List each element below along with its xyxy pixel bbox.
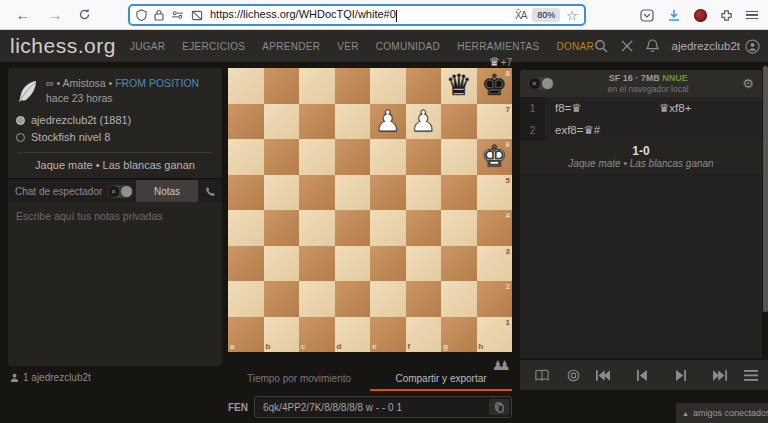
square-d8[interactable] [335,68,371,104]
square-b6[interactable] [264,139,300,175]
person-icon [10,373,19,382]
square-a2[interactable] [228,281,264,317]
square-e3[interactable] [370,246,406,282]
square-b3[interactable] [264,246,300,282]
square-a7[interactable] [228,104,264,140]
player-row-bottom[interactable]: Stockfish nivel 8 [16,129,214,146]
first-move-button[interactable] [583,370,622,381]
phone-icon[interactable] [198,180,222,202]
square-d2[interactable] [335,281,371,317]
under-board-tabs: Tiempo por movimiento Compartir y export… [228,370,512,391]
square-b4[interactable] [264,210,300,246]
lichess-topnav: lichess.org JUGAR EJERCICIOS APRENDER VE… [0,30,768,62]
book-icon[interactable] [532,369,552,381]
next-move-button[interactable] [662,370,701,381]
gauge-circle-icon[interactable] [564,369,584,382]
translate-icon[interactable]: X̄A [515,10,526,21]
white-king[interactable]: ♚ [477,139,513,175]
move-number: 1 [520,97,545,119]
square-e1[interactable]: e [370,317,406,353]
zoom-badge[interactable]: 80% [532,8,560,22]
move-row: 1f8=♛♛xf8+ [520,97,762,119]
analysis-controls [520,360,768,390]
square-c8[interactable] [299,68,335,104]
square-a5[interactable] [228,175,264,211]
downloads-icon[interactable] [667,9,681,22]
player-row-top[interactable]: ajedrezclub2t (1881) [16,112,214,129]
square-f2[interactable] [406,281,442,317]
square-h5[interactable]: 5 [477,175,513,211]
player-color-icon [16,116,25,125]
file-coordinate: a [230,342,234,351]
square-e5[interactable] [370,175,406,211]
analysis-menu-icon[interactable] [744,370,758,381]
square-a6[interactable] [228,139,264,175]
square-d5[interactable] [335,175,371,211]
square-f5[interactable] [406,175,442,211]
from-position-link[interactable]: FROM POSITION [115,77,199,89]
rank-coordinate: 1 [506,318,510,327]
engine-name: SF 16 · 7MB NNUE [554,73,742,84]
square-b1[interactable]: b [264,317,300,353]
user-menu[interactable]: ajedrezclub2t [672,39,760,54]
player-color-icon [16,133,25,142]
file-coordinate: b [266,342,271,351]
material-advantage: ♛ +7 [489,55,512,69]
square-e7[interactable]: ♟ [370,104,406,140]
extensions-puzzle-icon[interactable] [720,9,733,22]
square-d7[interactable] [335,104,371,140]
white-pawn[interactable]: ♟ [406,104,442,140]
queen-mini-icon: ♛ [489,55,500,69]
square-f4[interactable] [406,210,442,246]
browser-toolbar: ← → https://lichess.org/WHDocTQI/white#0… [0,0,768,30]
square-b7[interactable] [264,104,300,140]
square-c5[interactable] [299,175,335,211]
square-a8[interactable] [228,68,264,104]
square-g2[interactable] [441,281,477,317]
url-bar[interactable]: https://lichess.org/WHDocTQI/white#0 X̄A… [128,4,586,26]
square-a1[interactable]: a [228,317,264,353]
nav-comunidad[interactable]: COMUNIDAD [376,41,440,52]
square-g7[interactable] [441,104,477,140]
move[interactable]: ♛xf8+ [649,101,753,115]
rank-coordinate: 3 [506,247,510,256]
pocket-icon[interactable] [640,9,654,22]
square-h8[interactable]: 8♚ [477,68,513,104]
square-c4[interactable] [299,210,335,246]
text-caret [396,10,397,22]
menu-hamburger-icon[interactable] [746,11,758,20]
engine-toggle[interactable]: ✕ [528,77,554,90]
nav-aprender[interactable]: APRENDER [262,41,320,52]
nav-jugar[interactable]: JUGAR [130,41,165,52]
nav-herramientas[interactable]: HERRAMIENTAS [457,41,539,52]
tab-move-times[interactable]: Tiempo por movimiento [228,370,370,391]
casual-feather-icon [16,76,46,106]
file-coordinate: f [408,342,411,351]
prev-move-button[interactable] [622,370,661,381]
chat-toggle[interactable]: ✕ [107,185,133,198]
adblock-extension-icon[interactable] [694,9,707,22]
file-coordinate: e [372,342,376,351]
rank-coordinate: 5 [506,176,510,185]
square-e2[interactable] [370,281,406,317]
square-e8[interactable] [370,68,406,104]
lock-icon[interactable] [154,9,164,21]
nav-ejercicios[interactable]: EJERCICIOS [182,41,245,52]
nav-ver[interactable]: VER [337,41,358,52]
engine-location: en el navegador local [554,84,742,95]
back-icon[interactable]: ← [14,6,32,23]
rank-coordinate: 7 [506,105,510,114]
move-row: 2exf8=♛# [520,119,762,141]
file-coordinate: c [301,342,305,351]
reload-icon[interactable] [78,8,96,21]
square-g4[interactable] [441,210,477,246]
square-a4[interactable] [228,210,264,246]
bookmark-star-icon[interactable]: ☆ [566,8,578,23]
move[interactable]: f8=♛ [545,101,649,115]
fen-label: FEN [228,402,248,413]
spectator-chat-tab[interactable]: Chat de espectador ✕ [8,180,136,202]
square-c7[interactable] [299,104,335,140]
black-king[interactable]: ♚ [477,68,513,104]
square-f3[interactable] [406,246,442,282]
square-b2[interactable] [264,281,300,317]
square-d6[interactable] [335,139,371,175]
fen-input[interactable] [254,396,512,418]
result-status: Jaque mate • Las blancas ganan [520,158,762,169]
square-g1[interactable]: g [441,317,477,353]
blocked-content-icon[interactable] [191,10,203,21]
square-g3[interactable] [441,246,477,282]
spectator-list[interactable]: 1 ajedrezclub2t [10,372,91,383]
lichess-logo[interactable]: lichess.org [0,34,130,58]
square-a3[interactable] [228,246,264,282]
square-b8[interactable] [264,68,300,104]
result-score: 1-0 [520,141,762,158]
file-coordinate: h [479,342,484,351]
move[interactable]: exf8=♛# [545,123,649,137]
square-h6[interactable]: 6♚ [477,139,513,175]
square-b5[interactable] [264,175,300,211]
url-text[interactable]: https://lichess.org/WHDocTQI/white#0 [210,8,515,21]
square-h7[interactable]: 7 [477,104,513,140]
square-g5[interactable] [441,175,477,211]
file-coordinate: d [337,342,342,351]
result-box: 1-0 Jaque mate • Las blancas ganan [520,141,762,173]
rank-coordinate: 2 [506,282,510,291]
expand-arrow-icon: ▲ [682,410,689,417]
square-h2[interactable]: 2 [477,281,513,317]
gear-icon[interactable]: ⚙ [742,76,754,91]
square-e4[interactable] [370,210,406,246]
square-h3[interactable]: 3 [477,246,513,282]
black-queen[interactable]: ♛ [441,68,477,104]
engine-panel: ✕ SF 16 · 7MB NNUE en el navegador local… [520,70,762,97]
main-menu: JUGAR EJERCICIOS APRENDER VER COMUNIDAD … [130,41,594,52]
chess-board[interactable]: ♛8♚♟♟76♚5432abcdefgh1 [228,68,512,352]
game-time-ago[interactable]: hace 23 horas [46,91,199,106]
copy-fen-button[interactable] [489,399,509,415]
fen-row: FEN [228,396,512,418]
avatar-icon [745,39,760,54]
move-number: 2 [520,119,545,141]
file-coordinate: g [443,342,448,351]
square-c2[interactable] [299,281,335,317]
last-move-button[interactable] [701,370,740,381]
tab-share-export[interactable]: Compartir y exportar [370,370,512,391]
game-status: Jaque mate • Las blancas ganan [8,153,222,171]
square-g6[interactable] [441,139,477,175]
square-d4[interactable] [335,210,371,246]
move-list: 1f8=♛♛xf8+2exf8=♛# [520,97,762,141]
square-f1[interactable]: f [406,317,442,353]
screen: ← → https://lichess.org/WHDocTQI/white#0… [0,0,768,423]
chat-box: Chat de espectador ✕ Notas [8,180,222,366]
permissions-icon[interactable] [171,10,184,20]
bell-icon[interactable] [646,39,659,53]
forward-icon[interactable]: → [46,6,64,23]
game-meta-line: ∞ • Amistosa • FROM POSITION [46,76,199,91]
close-icon[interactable] [621,40,633,52]
square-f6[interactable] [406,139,442,175]
rank-coordinate: 4 [506,211,510,220]
square-f8[interactable] [406,68,442,104]
square-c3[interactable] [299,246,335,282]
square-c6[interactable] [299,139,335,175]
square-d1[interactable]: d [335,317,371,353]
nav-donar[interactable]: DONAR [556,41,594,52]
square-h4[interactable]: 4 [477,210,513,246]
notes-tab[interactable]: Notas [136,180,198,202]
white-pawn[interactable]: ♟ [370,104,406,140]
square-g8[interactable]: ♛ [441,68,477,104]
square-e6[interactable] [370,139,406,175]
move-list-empty-area [520,173,762,358]
square-c1[interactable]: c [299,317,335,353]
username: ajedrezclub2t [672,40,740,52]
square-h1[interactable]: h1 [477,317,513,353]
square-f7[interactable]: ♟ [406,104,442,140]
private-notes-input[interactable] [8,202,222,366]
shield-icon[interactable] [136,9,147,21]
friends-bar[interactable]: ▲ amigos conectados [676,403,768,423]
square-d3[interactable] [335,246,371,282]
page-scrollbar[interactable] [763,66,768,312]
search-icon[interactable] [594,39,608,53]
game-info-box: ∞ • Amistosa • FROM POSITION hace 23 hor… [8,68,222,178]
